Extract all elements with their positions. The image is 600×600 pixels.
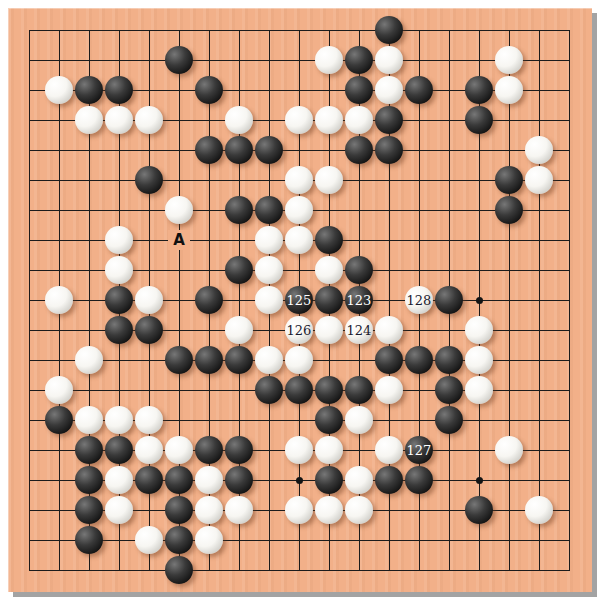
black-stone[interactable] — [75, 466, 103, 494]
white-stone[interactable] — [315, 496, 343, 524]
white-stone[interactable] — [345, 466, 373, 494]
black-stone[interactable] — [435, 406, 463, 434]
black-stone[interactable] — [375, 346, 403, 374]
white-stone[interactable] — [135, 106, 163, 134]
white-stone[interactable] — [315, 166, 343, 194]
black-stone[interactable] — [135, 166, 163, 194]
black-stone[interactable] — [165, 556, 193, 584]
white-stone[interactable] — [465, 316, 493, 344]
black-stone[interactable] — [195, 436, 223, 464]
white-stone[interactable] — [285, 346, 313, 374]
white-stone[interactable] — [105, 406, 133, 434]
white-stone[interactable] — [165, 436, 193, 464]
white-stone[interactable] — [75, 106, 103, 134]
point-label-A: A — [168, 230, 190, 250]
white-stone[interactable] — [285, 496, 313, 524]
white-stone[interactable] — [495, 76, 523, 104]
white-stone[interactable] — [45, 76, 73, 104]
white-stone[interactable] — [105, 496, 133, 524]
move-number-label: 125 — [287, 294, 312, 307]
black-stone[interactable] — [345, 376, 373, 404]
black-stone[interactable] — [345, 46, 373, 74]
white-stone[interactable] — [255, 256, 283, 284]
white-stone[interactable] — [345, 496, 373, 524]
white-stone[interactable] — [45, 286, 73, 314]
black-stone[interactable]: 125 — [285, 286, 313, 314]
white-stone[interactable] — [525, 166, 553, 194]
move-number-label: 128 — [407, 294, 432, 307]
black-stone[interactable] — [465, 106, 493, 134]
black-stone[interactable] — [225, 136, 253, 164]
black-stone[interactable] — [75, 526, 103, 554]
white-stone[interactable] — [495, 46, 523, 74]
white-stone[interactable] — [135, 286, 163, 314]
white-stone[interactable] — [375, 436, 403, 464]
white-stone[interactable] — [75, 406, 103, 434]
black-stone[interactable] — [105, 76, 133, 104]
black-stone[interactable] — [45, 406, 73, 434]
move-number-label: 127 — [407, 444, 432, 457]
white-stone[interactable] — [105, 256, 133, 284]
black-stone[interactable] — [495, 196, 523, 224]
move-number-label: 124 — [347, 324, 372, 337]
white-stone[interactable] — [285, 226, 313, 254]
black-stone[interactable] — [345, 136, 373, 164]
black-stone[interactable] — [195, 346, 223, 374]
move-number-label: 123 — [347, 294, 372, 307]
black-stone[interactable] — [195, 76, 223, 104]
black-stone[interactable] — [225, 256, 253, 284]
white-stone[interactable] — [255, 346, 283, 374]
white-stone[interactable] — [345, 406, 373, 434]
black-stone[interactable] — [465, 76, 493, 104]
black-stone[interactable] — [405, 466, 433, 494]
white-stone[interactable] — [135, 436, 163, 464]
black-stone[interactable] — [135, 316, 163, 344]
black-stone[interactable] — [195, 286, 223, 314]
white-stone[interactable] — [525, 496, 553, 524]
black-stone[interactable] — [225, 436, 253, 464]
black-stone[interactable] — [405, 346, 433, 374]
black-stone[interactable] — [165, 526, 193, 554]
white-stone[interactable] — [495, 436, 523, 464]
star-point — [296, 477, 303, 484]
black-stone[interactable] — [195, 136, 223, 164]
white-stone[interactable] — [105, 226, 133, 254]
black-stone[interactable] — [75, 436, 103, 464]
white-stone[interactable] — [375, 376, 403, 404]
black-stone[interactable] — [375, 106, 403, 134]
white-stone[interactable] — [195, 496, 223, 524]
black-stone[interactable] — [105, 436, 133, 464]
black-stone[interactable] — [255, 196, 283, 224]
white-stone[interactable] — [135, 406, 163, 434]
white-stone[interactable] — [345, 106, 373, 134]
white-stone[interactable] — [75, 346, 103, 374]
black-stone[interactable] — [345, 76, 373, 104]
star-point — [476, 477, 483, 484]
black-stone[interactable] — [495, 166, 523, 194]
black-stone[interactable] — [315, 466, 343, 494]
white-stone[interactable] — [225, 106, 253, 134]
black-stone[interactable] — [75, 76, 103, 104]
white-stone[interactable] — [315, 436, 343, 464]
black-stone[interactable] — [315, 376, 343, 404]
black-stone[interactable] — [255, 136, 283, 164]
star-point — [476, 297, 483, 304]
white-stone[interactable] — [285, 106, 313, 134]
white-stone[interactable] — [465, 346, 493, 374]
white-stone[interactable] — [525, 136, 553, 164]
white-stone[interactable]: 124 — [345, 316, 373, 344]
white-stone[interactable] — [135, 526, 163, 554]
black-stone[interactable] — [345, 256, 373, 284]
white-stone[interactable] — [285, 166, 313, 194]
black-stone[interactable] — [315, 406, 343, 434]
black-stone[interactable] — [435, 286, 463, 314]
black-stone[interactable] — [315, 226, 343, 254]
white-stone[interactable] — [375, 46, 403, 74]
white-stone[interactable] — [315, 256, 343, 284]
go-game-screenshot: 125123128126124127 A — [0, 0, 600, 600]
white-stone[interactable] — [285, 436, 313, 464]
black-stone[interactable]: 123 — [345, 286, 373, 314]
black-stone[interactable] — [285, 376, 313, 404]
white-stone[interactable] — [465, 376, 493, 404]
black-stone[interactable]: 127 — [405, 436, 433, 464]
black-stone[interactable] — [375, 16, 403, 44]
white-stone[interactable] — [255, 286, 283, 314]
black-stone[interactable] — [105, 316, 133, 344]
white-stone[interactable] — [225, 496, 253, 524]
white-stone[interactable] — [195, 466, 223, 494]
black-stone[interactable] — [135, 466, 163, 494]
white-stone[interactable] — [315, 316, 343, 344]
white-stone[interactable]: 128 — [405, 286, 433, 314]
white-stone[interactable]: 126 — [285, 316, 313, 344]
black-stone[interactable] — [165, 346, 193, 374]
black-stone[interactable] — [165, 46, 193, 74]
black-stone[interactable] — [465, 496, 493, 524]
black-stone[interactable] — [165, 496, 193, 524]
white-stone[interactable] — [105, 466, 133, 494]
black-stone[interactable] — [225, 196, 253, 224]
black-stone[interactable] — [105, 286, 133, 314]
move-number-label: 126 — [287, 324, 312, 337]
white-stone[interactable] — [165, 196, 193, 224]
black-stone[interactable] — [225, 346, 253, 374]
white-stone[interactable] — [315, 46, 343, 74]
black-stone[interactable] — [255, 376, 283, 404]
black-stone[interactable] — [405, 76, 433, 104]
go-board[interactable]: 125123128126124127 A — [8, 8, 592, 592]
black-stone[interactable] — [315, 286, 343, 314]
white-stone[interactable] — [375, 316, 403, 344]
black-stone[interactable] — [225, 466, 253, 494]
black-stone[interactable] — [435, 346, 463, 374]
white-stone[interactable] — [105, 106, 133, 134]
white-stone[interactable] — [195, 526, 223, 554]
white-stone[interactable] — [255, 226, 283, 254]
black-stone[interactable] — [435, 376, 463, 404]
white-stone[interactable] — [315, 106, 343, 134]
white-stone[interactable] — [225, 316, 253, 344]
black-stone[interactable] — [375, 136, 403, 164]
white-stone[interactable] — [375, 76, 403, 104]
white-stone[interactable] — [285, 196, 313, 224]
black-stone[interactable] — [375, 466, 403, 494]
black-stone[interactable] — [75, 496, 103, 524]
black-stone[interactable] — [165, 466, 193, 494]
white-stone[interactable] — [45, 376, 73, 404]
